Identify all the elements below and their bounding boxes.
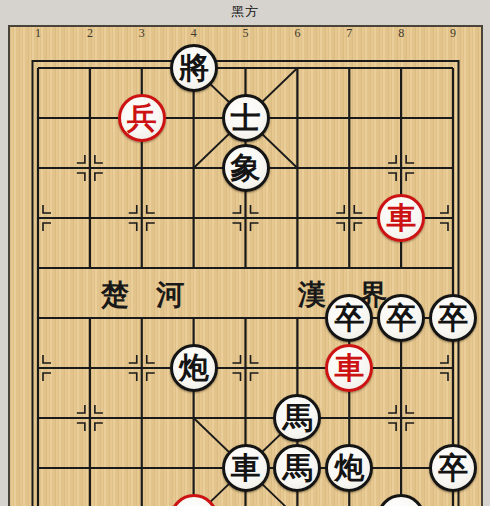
piece-red-chariot[interactable]: 車 (325, 344, 373, 392)
piece-black-chariot[interactable]: 車 (222, 444, 270, 492)
xiangqi-board[interactable]: 123456789 楚河漢界 將兵士象車卒卒卒炮車馬車馬炮卒 (8, 25, 483, 506)
piece-glyph: 卒 (438, 453, 468, 483)
piece-black-advisor[interactable]: 士 (222, 94, 270, 142)
column-label: 3 (132, 27, 152, 40)
column-label: 4 (184, 27, 204, 40)
piece-black-general[interactable]: 將 (170, 44, 218, 92)
piece-black-soldier[interactable]: 卒 (429, 444, 477, 492)
piece-glyph: 士 (231, 103, 261, 133)
piece-black-soldier[interactable]: 卒 (377, 294, 425, 342)
page-background: { "game": "xiangqi (Chinese chess)", "to… (0, 0, 490, 506)
piece-glyph: 炮 (334, 453, 364, 483)
river-label: 漢 (295, 279, 329, 311)
piece-glyph: 卒 (334, 303, 364, 333)
piece-glyph: 兵 (127, 103, 157, 133)
column-label: 9 (443, 27, 463, 40)
piece-glyph: 馬 (282, 403, 312, 433)
piece-black-elephant[interactable]: 象 (222, 144, 270, 192)
board-title: 黑方 (0, 3, 490, 21)
piece-glyph: 卒 (386, 303, 416, 333)
column-label: 6 (287, 27, 307, 40)
column-label: 5 (236, 27, 256, 40)
river-label: 楚 (98, 279, 132, 311)
piece-glyph: 卒 (438, 303, 468, 333)
piece-glyph: 車 (334, 353, 364, 383)
piece-black-cannon[interactable]: 炮 (170, 344, 218, 392)
piece-glyph: 車 (386, 203, 416, 233)
piece-red-soldier[interactable]: 兵 (118, 94, 166, 142)
piece-glyph: 象 (231, 153, 261, 183)
column-label: 7 (339, 27, 359, 40)
column-label: 2 (80, 27, 100, 40)
piece-glyph: 炮 (179, 353, 209, 383)
column-label: 1 (28, 27, 48, 40)
piece-black-cannon[interactable]: 炮 (325, 444, 373, 492)
river-label: 河 (153, 279, 187, 311)
piece-glyph: 車 (231, 453, 261, 483)
piece-black-soldier[interactable]: 卒 (325, 294, 373, 342)
piece-red-chariot[interactable]: 車 (377, 194, 425, 242)
piece-black-soldier[interactable]: 卒 (429, 294, 477, 342)
column-label: 8 (391, 27, 411, 40)
piece-glyph: 將 (179, 53, 209, 83)
piece-glyph: 馬 (282, 453, 312, 483)
